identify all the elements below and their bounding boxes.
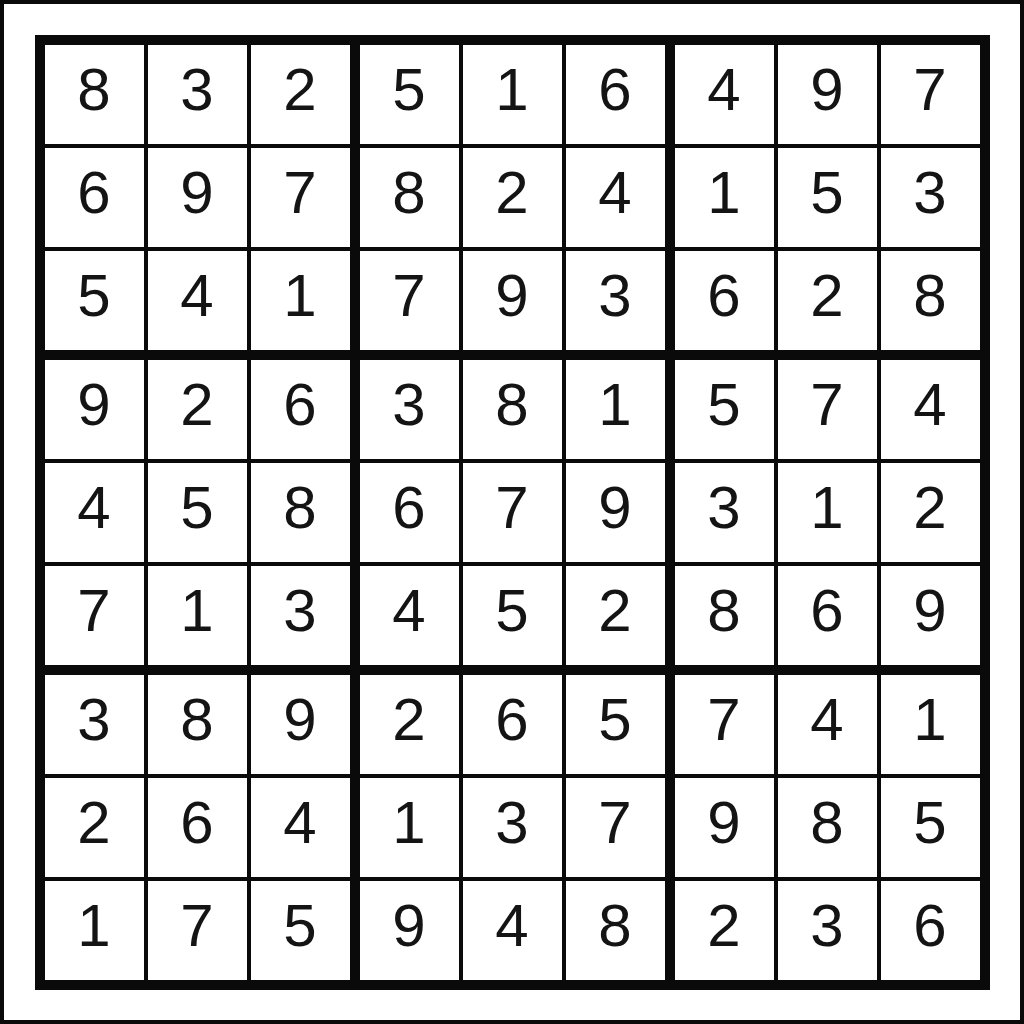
- cell-r5c3[interactable]: 8: [251, 463, 350, 562]
- cell-r4c9[interactable]: 4: [881, 360, 980, 459]
- cell-r1c6[interactable]: 6: [566, 45, 665, 144]
- box-1-3: 497153628: [675, 45, 980, 350]
- cell-r1c7[interactable]: 4: [675, 45, 774, 144]
- cell-r7c8[interactable]: 4: [778, 675, 877, 774]
- cell-r2c5[interactable]: 2: [463, 148, 562, 247]
- cell-r9c5[interactable]: 4: [463, 881, 562, 980]
- cell-r1c8[interactable]: 9: [778, 45, 877, 144]
- cell-r2c6[interactable]: 4: [566, 148, 665, 247]
- cell-r9c4[interactable]: 9: [360, 881, 459, 980]
- cell-r7c5[interactable]: 6: [463, 675, 562, 774]
- cell-r8c9[interactable]: 5: [881, 778, 980, 877]
- cell-r4c6[interactable]: 1: [566, 360, 665, 459]
- box-2-1: 926458713: [45, 360, 350, 665]
- cell-r5c9[interactable]: 2: [881, 463, 980, 562]
- cell-r8c8[interactable]: 8: [778, 778, 877, 877]
- cell-r6c4[interactable]: 4: [360, 566, 459, 665]
- cell-r9c1[interactable]: 1: [45, 881, 144, 980]
- cell-r5c6[interactable]: 9: [566, 463, 665, 562]
- cell-r3c4[interactable]: 7: [360, 251, 459, 350]
- cell-r7c3[interactable]: 9: [251, 675, 350, 774]
- cell-r4c5[interactable]: 8: [463, 360, 562, 459]
- cell-r2c4[interactable]: 8: [360, 148, 459, 247]
- cell-r8c6[interactable]: 7: [566, 778, 665, 877]
- cell-r2c1[interactable]: 6: [45, 148, 144, 247]
- cell-r3c5[interactable]: 9: [463, 251, 562, 350]
- cell-r4c3[interactable]: 6: [251, 360, 350, 459]
- cell-r7c1[interactable]: 3: [45, 675, 144, 774]
- cell-r8c7[interactable]: 9: [675, 778, 774, 877]
- box-2-2: 381679452: [360, 360, 665, 665]
- cell-r3c2[interactable]: 4: [148, 251, 247, 350]
- cell-r7c7[interactable]: 7: [675, 675, 774, 774]
- cell-r6c8[interactable]: 6: [778, 566, 877, 665]
- cell-r9c2[interactable]: 7: [148, 881, 247, 980]
- cell-r7c2[interactable]: 8: [148, 675, 247, 774]
- cell-r4c8[interactable]: 7: [778, 360, 877, 459]
- cell-r9c3[interactable]: 5: [251, 881, 350, 980]
- cell-r6c7[interactable]: 8: [675, 566, 774, 665]
- sudoku-board: 8326975415168247934971536289264587133816…: [35, 35, 990, 990]
- cell-r8c3[interactable]: 4: [251, 778, 350, 877]
- cell-r6c9[interactable]: 9: [881, 566, 980, 665]
- cell-r8c2[interactable]: 6: [148, 778, 247, 877]
- box-3-1: 389264175: [45, 675, 350, 980]
- cell-r4c7[interactable]: 5: [675, 360, 774, 459]
- cell-r3c9[interactable]: 8: [881, 251, 980, 350]
- box-3-2: 265137948: [360, 675, 665, 980]
- cell-r7c9[interactable]: 1: [881, 675, 980, 774]
- box-1-1: 832697541: [45, 45, 350, 350]
- cell-r5c1[interactable]: 4: [45, 463, 144, 562]
- box-3-3: 741985236: [675, 675, 980, 980]
- cell-r5c4[interactable]: 6: [360, 463, 459, 562]
- cell-r9c9[interactable]: 6: [881, 881, 980, 980]
- cell-r4c1[interactable]: 9: [45, 360, 144, 459]
- cell-r2c8[interactable]: 5: [778, 148, 877, 247]
- cell-r4c4[interactable]: 3: [360, 360, 459, 459]
- cell-r1c5[interactable]: 1: [463, 45, 562, 144]
- cell-r1c4[interactable]: 5: [360, 45, 459, 144]
- cell-r6c6[interactable]: 2: [566, 566, 665, 665]
- cell-r3c1[interactable]: 5: [45, 251, 144, 350]
- cell-r8c4[interactable]: 1: [360, 778, 459, 877]
- cell-r1c1[interactable]: 8: [45, 45, 144, 144]
- cell-r2c3[interactable]: 7: [251, 148, 350, 247]
- cell-r2c9[interactable]: 3: [881, 148, 980, 247]
- cell-r1c9[interactable]: 7: [881, 45, 980, 144]
- cell-r9c7[interactable]: 2: [675, 881, 774, 980]
- cell-r5c7[interactable]: 3: [675, 463, 774, 562]
- cell-r6c1[interactable]: 7: [45, 566, 144, 665]
- cell-r7c6[interactable]: 5: [566, 675, 665, 774]
- cell-r5c2[interactable]: 5: [148, 463, 247, 562]
- cell-r3c8[interactable]: 2: [778, 251, 877, 350]
- box-1-2: 516824793: [360, 45, 665, 350]
- cell-r9c6[interactable]: 8: [566, 881, 665, 980]
- cell-r3c7[interactable]: 6: [675, 251, 774, 350]
- cell-r6c3[interactable]: 3: [251, 566, 350, 665]
- cell-r1c3[interactable]: 2: [251, 45, 350, 144]
- page: 8326975415168247934971536289264587133816…: [0, 0, 1024, 1024]
- box-2-3: 574312869: [675, 360, 980, 665]
- cell-r7c4[interactable]: 2: [360, 675, 459, 774]
- cell-r2c7[interactable]: 1: [675, 148, 774, 247]
- cell-r9c8[interactable]: 3: [778, 881, 877, 980]
- cell-r3c3[interactable]: 1: [251, 251, 350, 350]
- cell-r6c5[interactable]: 5: [463, 566, 562, 665]
- cell-r5c8[interactable]: 1: [778, 463, 877, 562]
- cell-r8c1[interactable]: 2: [45, 778, 144, 877]
- cell-r8c5[interactable]: 3: [463, 778, 562, 877]
- cell-r3c6[interactable]: 3: [566, 251, 665, 350]
- cell-r4c2[interactable]: 2: [148, 360, 247, 459]
- cell-r5c5[interactable]: 7: [463, 463, 562, 562]
- cell-r6c2[interactable]: 1: [148, 566, 247, 665]
- cell-r1c2[interactable]: 3: [148, 45, 247, 144]
- cell-r2c2[interactable]: 9: [148, 148, 247, 247]
